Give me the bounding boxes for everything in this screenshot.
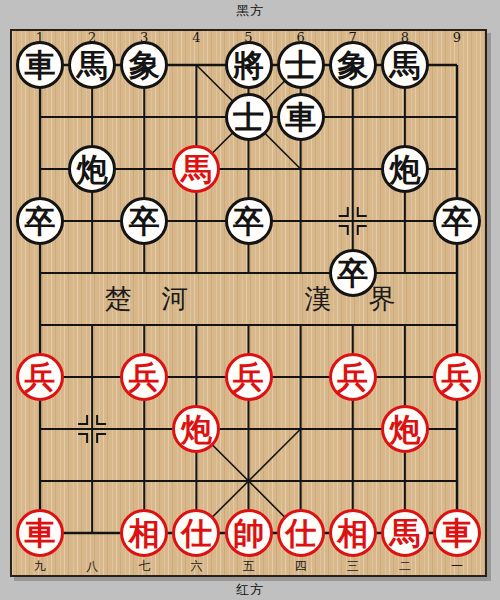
point-marker xyxy=(97,434,106,443)
point-marker xyxy=(78,415,87,424)
piece-red-soldier[interactable]: 兵 xyxy=(120,353,168,401)
piece-black-elephant[interactable]: 象 xyxy=(329,41,377,89)
piece-red-soldier[interactable]: 兵 xyxy=(225,353,273,401)
river-char: 河 xyxy=(157,282,193,316)
file-number-bottom: 八 xyxy=(79,560,105,573)
river-char: 漢 xyxy=(300,282,336,316)
piece-black-general[interactable]: 將 xyxy=(225,41,273,89)
file-number-bottom: 二 xyxy=(392,560,418,573)
file-number-bottom: 四 xyxy=(288,560,314,573)
file-number-bottom: 五 xyxy=(236,560,262,573)
screen: { "game": "xiangqi", "position": { "fen"… xyxy=(0,0,500,600)
piece-black-horse[interactable]: 馬 xyxy=(381,41,429,89)
piece-red-general[interactable]: 帥 xyxy=(225,509,273,557)
piece-black-elephant[interactable]: 象 xyxy=(120,41,168,89)
red-side-label: 红方 xyxy=(0,581,500,599)
piece-black-chariot[interactable]: 車 xyxy=(277,93,325,141)
piece-red-advisor[interactable]: 仕 xyxy=(277,509,325,557)
piece-red-elephant[interactable]: 相 xyxy=(329,509,377,557)
point-marker xyxy=(78,434,87,443)
file-number-bottom: 六 xyxy=(183,560,209,573)
piece-red-soldier[interactable]: 兵 xyxy=(433,353,481,401)
piece-black-horse[interactable]: 馬 xyxy=(68,41,116,89)
file-number-top: 9 xyxy=(444,31,470,44)
piece-red-elephant[interactable]: 相 xyxy=(120,509,168,557)
piece-black-soldier[interactable]: 卒 xyxy=(16,197,64,245)
piece-black-cannon[interactable]: 炮 xyxy=(68,145,116,193)
piece-black-soldier[interactable]: 卒 xyxy=(120,197,168,245)
file-number-top: 4 xyxy=(183,31,209,44)
piece-red-chariot[interactable]: 車 xyxy=(16,509,64,557)
point-marker xyxy=(339,207,348,216)
file-number-bottom: 九 xyxy=(27,560,53,573)
piece-black-soldier[interactable]: 卒 xyxy=(329,249,377,297)
piece-black-soldier[interactable]: 卒 xyxy=(433,197,481,245)
black-side-label: 黑方 xyxy=(0,2,500,20)
piece-black-soldier[interactable]: 卒 xyxy=(225,197,273,245)
point-marker xyxy=(358,226,367,235)
piece-red-horse[interactable]: 馬 xyxy=(381,509,429,557)
point-marker xyxy=(339,226,348,235)
point-marker xyxy=(97,415,106,424)
piece-red-soldier[interactable]: 兵 xyxy=(329,353,377,401)
piece-black-advisor[interactable]: 士 xyxy=(225,93,273,141)
piece-red-soldier[interactable]: 兵 xyxy=(16,353,64,401)
file-number-bottom: 七 xyxy=(131,560,157,573)
file-number-bottom: 一 xyxy=(444,560,470,573)
point-marker xyxy=(358,207,367,216)
piece-black-chariot[interactable]: 車 xyxy=(16,41,64,89)
piece-red-cannon[interactable]: 炮 xyxy=(381,405,429,453)
piece-black-cannon[interactable]: 炮 xyxy=(381,145,429,193)
file-number-bottom: 三 xyxy=(340,560,366,573)
river-char: 楚 xyxy=(100,282,136,316)
piece-black-advisor[interactable]: 士 xyxy=(277,41,325,89)
xiangqi-board: 123456789 楚河漢界 車馬象將士象馬士車炮馬炮卒卒卒卒卒兵兵兵兵兵炮炮車… xyxy=(10,29,487,577)
piece-red-chariot[interactable]: 車 xyxy=(433,509,481,557)
